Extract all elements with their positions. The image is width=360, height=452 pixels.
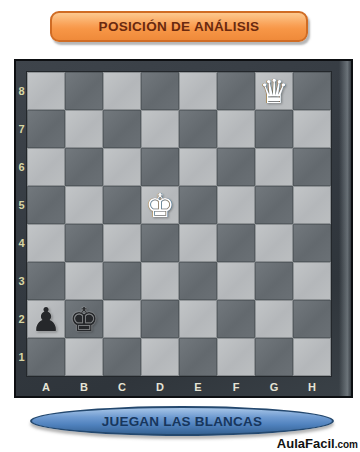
brand-watermark: AulaFacil.com xyxy=(277,436,358,451)
square-f4 xyxy=(217,224,255,262)
square-d6 xyxy=(141,148,179,186)
square-e3 xyxy=(179,262,217,300)
square-d7 xyxy=(141,110,179,148)
square-a4 xyxy=(27,224,65,262)
square-a8 xyxy=(27,72,65,110)
square-g8: ♛♕ xyxy=(255,72,293,110)
square-b2: ♚ xyxy=(65,300,103,338)
piece-black-pawn: ♟ xyxy=(31,303,61,336)
file-label-a: A xyxy=(27,377,65,396)
square-h2 xyxy=(293,300,331,338)
square-d5: ♚♔ xyxy=(141,186,179,224)
piece-black-king: ♚ xyxy=(69,303,99,336)
square-f5 xyxy=(217,186,255,224)
square-g1 xyxy=(255,338,293,376)
square-e7 xyxy=(179,110,217,148)
square-h3 xyxy=(293,262,331,300)
square-d1 xyxy=(141,338,179,376)
square-e1 xyxy=(179,338,217,376)
piece-white-queen-fill: ♛ xyxy=(259,75,289,108)
turn-banner: JUEGAN LAS BLANCAS xyxy=(30,406,334,436)
square-e4 xyxy=(179,224,217,262)
square-f1 xyxy=(217,338,255,376)
square-h7 xyxy=(293,110,331,148)
square-e5 xyxy=(179,186,217,224)
analysis-title-label: POSICIÓN DE ANÁLISIS xyxy=(99,19,260,34)
square-h5 xyxy=(293,186,331,224)
square-c7 xyxy=(103,110,141,148)
rank-label-3: 3 xyxy=(16,262,27,300)
square-g6 xyxy=(255,148,293,186)
square-h4 xyxy=(293,224,331,262)
brand-name: AulaFacil xyxy=(277,436,335,451)
file-label-g: G xyxy=(255,377,293,396)
square-h1 xyxy=(293,338,331,376)
analysis-title-banner: POSICIÓN DE ANÁLISIS xyxy=(50,11,308,42)
brand-suffix: .com xyxy=(335,439,358,450)
square-f3 xyxy=(217,262,255,300)
square-g2 xyxy=(255,300,293,338)
square-f2 xyxy=(217,300,255,338)
square-a7 xyxy=(27,110,65,148)
square-f8 xyxy=(217,72,255,110)
square-c5 xyxy=(103,186,141,224)
square-f7 xyxy=(217,110,255,148)
rank-label-2: 2 xyxy=(16,300,27,338)
rank-label-6: 6 xyxy=(16,148,27,186)
rank-label-7: 7 xyxy=(16,110,27,148)
square-c2 xyxy=(103,300,141,338)
rank-label-4: 4 xyxy=(16,224,27,262)
chess-board: ♛♕♚♔♟♚ 87654321 ABCDEFGH xyxy=(14,59,353,398)
square-a2: ♟ xyxy=(27,300,65,338)
square-d4 xyxy=(141,224,179,262)
square-d8 xyxy=(141,72,179,110)
piece-white-king-fill: ♚ xyxy=(145,189,175,222)
file-label-c: C xyxy=(103,377,141,396)
square-a5 xyxy=(27,186,65,224)
rank-label-5: 5 xyxy=(16,186,27,224)
square-a1 xyxy=(27,338,65,376)
square-g5 xyxy=(255,186,293,224)
square-c4 xyxy=(103,224,141,262)
square-c1 xyxy=(103,338,141,376)
square-c6 xyxy=(103,148,141,186)
square-c8 xyxy=(103,72,141,110)
square-g4 xyxy=(255,224,293,262)
square-b7 xyxy=(65,110,103,148)
square-a6 xyxy=(27,148,65,186)
square-e6 xyxy=(179,148,217,186)
rank-label-1: 1 xyxy=(16,338,27,376)
file-label-f: F xyxy=(217,377,255,396)
file-label-b: B xyxy=(65,377,103,396)
square-b8 xyxy=(65,72,103,110)
turn-banner-label: JUEGAN LAS BLANCAS xyxy=(102,414,262,429)
file-label-d: D xyxy=(141,377,179,396)
square-b6 xyxy=(65,148,103,186)
square-c3 xyxy=(103,262,141,300)
rank-label-8: 8 xyxy=(16,72,27,110)
square-g7 xyxy=(255,110,293,148)
square-b1 xyxy=(65,338,103,376)
square-f6 xyxy=(217,148,255,186)
square-d3 xyxy=(141,262,179,300)
square-d2 xyxy=(141,300,179,338)
square-h8 xyxy=(293,72,331,110)
board-frame-bevel xyxy=(339,61,351,396)
page: POSICIÓN DE ANÁLISIS ♛♕♚♔♟♚ 87654321 ABC… xyxy=(0,0,360,452)
square-g3 xyxy=(255,262,293,300)
square-b5 xyxy=(65,186,103,224)
square-b3 xyxy=(65,262,103,300)
square-b4 xyxy=(65,224,103,262)
square-a3 xyxy=(27,262,65,300)
square-e8 xyxy=(179,72,217,110)
square-e2 xyxy=(179,300,217,338)
square-h6 xyxy=(293,148,331,186)
file-label-h: H xyxy=(293,377,331,396)
file-label-e: E xyxy=(179,377,217,396)
board-grid: ♛♕♚♔♟♚ xyxy=(27,72,331,376)
